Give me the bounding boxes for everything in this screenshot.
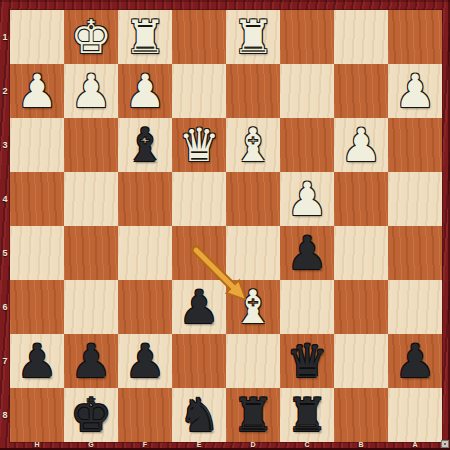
- square-g1[interactable]: ♚: [64, 10, 118, 64]
- square-g4[interactable]: [64, 172, 118, 226]
- square-a3[interactable]: [388, 118, 442, 172]
- file-label-B: B: [334, 441, 388, 449]
- square-a5[interactable]: [388, 226, 442, 280]
- square-e5[interactable]: [172, 226, 226, 280]
- piece-white-rook-f1[interactable]: ♜: [124, 10, 165, 64]
- square-g8[interactable]: ♚: [64, 388, 118, 442]
- square-h8[interactable]: [10, 388, 64, 442]
- file-label-A: A: [388, 441, 442, 449]
- square-f7[interactable]: ♟: [118, 334, 172, 388]
- piece-white-king-g1[interactable]: ♚: [70, 10, 111, 64]
- file-label-E: E: [172, 441, 226, 449]
- square-h3[interactable]: [10, 118, 64, 172]
- rank-label-8: 8: [0, 388, 10, 442]
- piece-black-bishop-f3[interactable]: ♝: [124, 118, 165, 172]
- piece-white-bishop-d3[interactable]: ♝: [232, 118, 273, 172]
- square-h7[interactable]: ♟: [10, 334, 64, 388]
- file-label-D: D: [226, 441, 280, 449]
- piece-white-bishop-d6[interactable]: ♝: [232, 280, 273, 334]
- piece-white-rook-d1[interactable]: ♜: [232, 10, 273, 64]
- piece-black-pawn-f7[interactable]: ♟: [124, 334, 165, 388]
- piece-white-pawn-f2[interactable]: ♟: [124, 64, 165, 118]
- square-d4[interactable]: [226, 172, 280, 226]
- square-e8[interactable]: ♞: [172, 388, 226, 442]
- piece-white-pawn-c4[interactable]: ♟: [286, 172, 327, 226]
- square-c2[interactable]: [280, 64, 334, 118]
- square-d1[interactable]: ♜: [226, 10, 280, 64]
- piece-black-pawn-h7[interactable]: ♟: [16, 334, 57, 388]
- square-d8[interactable]: ♜: [226, 388, 280, 442]
- square-b6[interactable]: [334, 280, 388, 334]
- square-c8[interactable]: ♜: [280, 388, 334, 442]
- square-b1[interactable]: [334, 10, 388, 64]
- rank-label-6: 6: [0, 280, 10, 334]
- piece-black-pawn-c5[interactable]: ♟: [286, 226, 327, 280]
- rank-label-3: 3: [0, 118, 10, 172]
- square-b2[interactable]: [334, 64, 388, 118]
- square-f3[interactable]: ♝: [118, 118, 172, 172]
- square-b5[interactable]: [334, 226, 388, 280]
- square-f4[interactable]: [118, 172, 172, 226]
- piece-black-knight-e8[interactable]: ♞: [178, 388, 219, 442]
- square-f5[interactable]: [118, 226, 172, 280]
- square-f2[interactable]: ♟: [118, 64, 172, 118]
- square-e1[interactable]: [172, 10, 226, 64]
- square-c3[interactable]: [280, 118, 334, 172]
- square-b3[interactable]: ♟: [334, 118, 388, 172]
- rank-label-4: 4: [0, 172, 10, 226]
- square-f1[interactable]: ♜: [118, 10, 172, 64]
- square-e2[interactable]: [172, 64, 226, 118]
- square-f6[interactable]: [118, 280, 172, 334]
- piece-white-queen-e3[interactable]: ♛: [178, 118, 219, 172]
- square-d5[interactable]: [226, 226, 280, 280]
- piece-black-pawn-a7[interactable]: ♟: [394, 334, 435, 388]
- file-label-H: H: [10, 441, 64, 449]
- rank-label-1: 1: [0, 10, 10, 64]
- square-e7[interactable]: [172, 334, 226, 388]
- square-b8[interactable]: [334, 388, 388, 442]
- rank-label-2: 2: [0, 64, 10, 118]
- square-h1[interactable]: [10, 10, 64, 64]
- square-f8[interactable]: [118, 388, 172, 442]
- square-e3[interactable]: ♛: [172, 118, 226, 172]
- file-labels: HGFEDCBA: [10, 441, 442, 449]
- file-label-G: G: [64, 441, 118, 449]
- piece-white-pawn-g2[interactable]: ♟: [70, 64, 111, 118]
- square-g5[interactable]: [64, 226, 118, 280]
- square-d3[interactable]: ♝: [226, 118, 280, 172]
- square-a4[interactable]: [388, 172, 442, 226]
- square-a2[interactable]: ♟: [388, 64, 442, 118]
- piece-white-pawn-a2[interactable]: ♟: [394, 64, 435, 118]
- square-g3[interactable]: [64, 118, 118, 172]
- square-c5[interactable]: ♟: [280, 226, 334, 280]
- resize-handle-icon: [441, 440, 449, 448]
- square-h5[interactable]: [10, 226, 64, 280]
- piece-black-rook-c8[interactable]: ♜: [286, 388, 327, 442]
- file-label-F: F: [118, 441, 172, 449]
- square-g7[interactable]: ♟: [64, 334, 118, 388]
- square-e4[interactable]: [172, 172, 226, 226]
- chess-board: ♚♜♜♟♟♟♟♝♛♝♟♟♟♟♝♟♟♟♛♟♚♞♜♜: [10, 10, 442, 442]
- square-c1[interactable]: [280, 10, 334, 64]
- piece-black-pawn-e6[interactable]: ♟: [178, 280, 219, 334]
- rank-label-5: 5: [0, 226, 10, 280]
- square-a8[interactable]: [388, 388, 442, 442]
- file-label-C: C: [280, 441, 334, 449]
- piece-white-pawn-b3[interactable]: ♟: [340, 118, 381, 172]
- square-h6[interactable]: [10, 280, 64, 334]
- board-frame: ♚♜♜♟♟♟♟♝♛♝♟♟♟♟♝♟♟♟♛♟♚♞♜♜ 12345678 HGFEDC…: [0, 0, 450, 450]
- rank-labels: 12345678: [0, 10, 10, 442]
- piece-black-king-g8[interactable]: ♚: [70, 388, 111, 442]
- square-e6[interactable]: ♟: [172, 280, 226, 334]
- piece-black-rook-d8[interactable]: ♜: [232, 388, 273, 442]
- square-d2[interactable]: [226, 64, 280, 118]
- square-d7[interactable]: [226, 334, 280, 388]
- piece-black-queen-c7[interactable]: ♛: [286, 334, 327, 388]
- square-b4[interactable]: [334, 172, 388, 226]
- square-c4[interactable]: ♟: [280, 172, 334, 226]
- rank-label-7: 7: [0, 334, 10, 388]
- square-c6[interactable]: [280, 280, 334, 334]
- piece-white-pawn-h2[interactable]: ♟: [16, 64, 57, 118]
- square-g2[interactable]: ♟: [64, 64, 118, 118]
- square-g6[interactable]: [64, 280, 118, 334]
- square-c7[interactable]: ♛: [280, 334, 334, 388]
- piece-black-pawn-g7[interactable]: ♟: [70, 334, 111, 388]
- square-d6[interactable]: ♝: [226, 280, 280, 334]
- square-a6[interactable]: [388, 280, 442, 334]
- square-a1[interactable]: [388, 10, 442, 64]
- square-h4[interactable]: [10, 172, 64, 226]
- square-h2[interactable]: ♟: [10, 64, 64, 118]
- square-a7[interactable]: ♟: [388, 334, 442, 388]
- square-b7[interactable]: [334, 334, 388, 388]
